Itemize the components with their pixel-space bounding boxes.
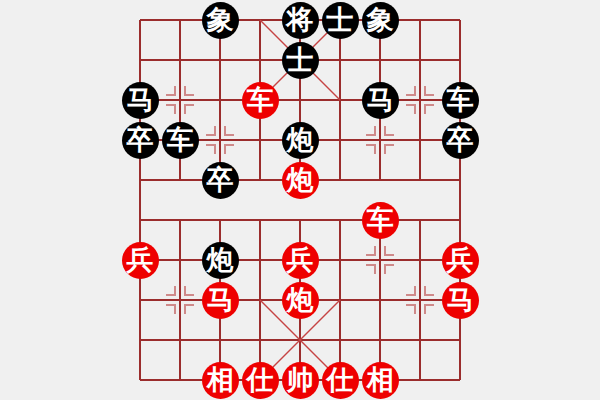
black-cannon[interactable]: 炮 bbox=[202, 242, 239, 279]
black-elephant[interactable]: 象 bbox=[362, 2, 399, 39]
red-advisor[interactable]: 仕 bbox=[322, 362, 359, 399]
red-horse[interactable]: 马 bbox=[202, 282, 239, 319]
xiangqi-board: 象将士象士马车马车卒车炮卒卒炮车兵炮兵兵马炮马相仕帅仕相 bbox=[0, 0, 600, 400]
black-horse[interactable]: 马 bbox=[362, 82, 399, 119]
red-soldier[interactable]: 兵 bbox=[282, 242, 319, 279]
red-soldier[interactable]: 兵 bbox=[122, 242, 159, 279]
red-chariot[interactable]: 车 bbox=[242, 82, 279, 119]
black-chariot[interactable]: 车 bbox=[162, 122, 199, 159]
black-soldier[interactable]: 卒 bbox=[202, 162, 239, 199]
red-horse[interactable]: 马 bbox=[442, 282, 479, 319]
black-horse[interactable]: 马 bbox=[122, 82, 159, 119]
black-advisor[interactable]: 士 bbox=[282, 42, 319, 79]
black-chariot[interactable]: 车 bbox=[442, 82, 479, 119]
red-cannon[interactable]: 炮 bbox=[282, 162, 319, 199]
red-advisor[interactable]: 仕 bbox=[242, 362, 279, 399]
red-elephant[interactable]: 相 bbox=[202, 362, 239, 399]
red-elephant[interactable]: 相 bbox=[362, 362, 399, 399]
red-chariot[interactable]: 车 bbox=[362, 202, 399, 239]
black-cannon[interactable]: 炮 bbox=[282, 122, 319, 159]
black-general[interactable]: 将 bbox=[282, 2, 319, 39]
black-elephant[interactable]: 象 bbox=[202, 2, 239, 39]
black-soldier[interactable]: 卒 bbox=[122, 122, 159, 159]
black-advisor[interactable]: 士 bbox=[322, 2, 359, 39]
black-soldier[interactable]: 卒 bbox=[442, 122, 479, 159]
red-cannon[interactable]: 炮 bbox=[282, 282, 319, 319]
red-soldier[interactable]: 兵 bbox=[442, 242, 479, 279]
red-general[interactable]: 帅 bbox=[282, 362, 319, 399]
